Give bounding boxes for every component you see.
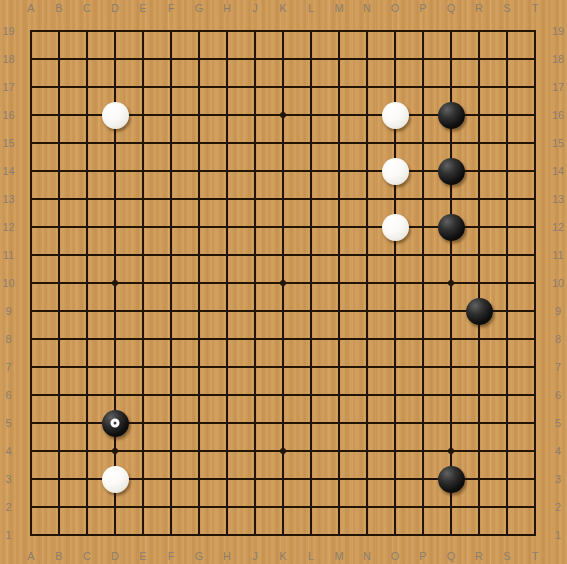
intersection-D7[interactable] (101, 353, 129, 381)
intersection-O15[interactable] (381, 129, 409, 157)
intersection-H5[interactable] (213, 409, 241, 437)
intersection-S6[interactable] (493, 381, 521, 409)
intersection-F10[interactable] (157, 269, 185, 297)
intersection-B7[interactable] (45, 353, 73, 381)
intersection-P11[interactable] (409, 241, 437, 269)
intersection-B17[interactable] (45, 73, 73, 101)
intersection-T14[interactable] (521, 157, 549, 185)
intersection-F1[interactable] (157, 521, 185, 549)
intersection-P5[interactable] (409, 409, 437, 437)
intersection-L11[interactable] (297, 241, 325, 269)
intersection-T15[interactable] (521, 129, 549, 157)
intersection-J11[interactable] (241, 241, 269, 269)
intersection-N6[interactable] (353, 381, 381, 409)
intersection-G9[interactable] (185, 297, 213, 325)
intersection-H15[interactable] (213, 129, 241, 157)
intersection-M14[interactable] (325, 157, 353, 185)
intersection-N17[interactable] (353, 73, 381, 101)
intersection-S8[interactable] (493, 325, 521, 353)
intersection-B14[interactable] (45, 157, 73, 185)
intersection-A12[interactable] (17, 213, 45, 241)
intersection-G2[interactable] (185, 493, 213, 521)
intersection-M9[interactable] (325, 297, 353, 325)
intersection-E15[interactable] (129, 129, 157, 157)
intersection-M12[interactable] (325, 213, 353, 241)
intersection-R3[interactable] (465, 465, 493, 493)
intersection-L4[interactable] (297, 437, 325, 465)
intersection-A13[interactable] (17, 185, 45, 213)
intersection-B19[interactable] (45, 17, 73, 45)
intersection-E8[interactable] (129, 325, 157, 353)
intersection-N16[interactable] (353, 101, 381, 129)
intersection-J6[interactable] (241, 381, 269, 409)
intersection-F8[interactable] (157, 325, 185, 353)
intersection-P18[interactable] (409, 45, 437, 73)
intersection-E7[interactable] (129, 353, 157, 381)
intersection-E10[interactable] (129, 269, 157, 297)
intersection-O3[interactable] (381, 465, 409, 493)
intersection-E1[interactable] (129, 521, 157, 549)
intersection-J15[interactable] (241, 129, 269, 157)
intersection-H18[interactable] (213, 45, 241, 73)
intersection-O7[interactable] (381, 353, 409, 381)
intersection-E12[interactable] (129, 213, 157, 241)
intersection-K18[interactable] (269, 45, 297, 73)
intersection-N12[interactable] (353, 213, 381, 241)
intersection-G15[interactable] (185, 129, 213, 157)
intersection-E6[interactable] (129, 381, 157, 409)
intersection-A14[interactable] (17, 157, 45, 185)
intersection-G16[interactable] (185, 101, 213, 129)
intersection-H17[interactable] (213, 73, 241, 101)
intersection-C8[interactable] (73, 325, 101, 353)
intersection-N10[interactable] (353, 269, 381, 297)
intersection-D2[interactable] (101, 493, 129, 521)
intersection-E9[interactable] (129, 297, 157, 325)
intersection-S18[interactable] (493, 45, 521, 73)
intersection-H1[interactable] (213, 521, 241, 549)
intersection-O12[interactable] (381, 213, 409, 241)
intersection-S2[interactable] (493, 493, 521, 521)
intersection-B3[interactable] (45, 465, 73, 493)
intersection-N8[interactable] (353, 325, 381, 353)
intersection-R19[interactable] (465, 17, 493, 45)
intersection-S13[interactable] (493, 185, 521, 213)
intersection-Q6[interactable] (437, 381, 465, 409)
intersection-G14[interactable] (185, 157, 213, 185)
intersection-P3[interactable] (409, 465, 437, 493)
intersection-G1[interactable] (185, 521, 213, 549)
intersection-J7[interactable] (241, 353, 269, 381)
intersection-K1[interactable] (269, 521, 297, 549)
intersection-O17[interactable] (381, 73, 409, 101)
intersection-T4[interactable] (521, 437, 549, 465)
intersection-C7[interactable] (73, 353, 101, 381)
intersection-C3[interactable] (73, 465, 101, 493)
intersection-P6[interactable] (409, 381, 437, 409)
intersection-A18[interactable] (17, 45, 45, 73)
intersection-N5[interactable] (353, 409, 381, 437)
intersection-B15[interactable] (45, 129, 73, 157)
intersection-O11[interactable] (381, 241, 409, 269)
intersection-H2[interactable] (213, 493, 241, 521)
intersection-Q8[interactable] (437, 325, 465, 353)
intersection-P19[interactable] (409, 17, 437, 45)
intersection-F12[interactable] (157, 213, 185, 241)
intersection-K9[interactable] (269, 297, 297, 325)
intersection-O10[interactable] (381, 269, 409, 297)
intersection-Q19[interactable] (437, 17, 465, 45)
intersection-S10[interactable] (493, 269, 521, 297)
intersection-H12[interactable] (213, 213, 241, 241)
intersection-S17[interactable] (493, 73, 521, 101)
intersection-M2[interactable] (325, 493, 353, 521)
intersection-M16[interactable] (325, 101, 353, 129)
intersection-Q1[interactable] (437, 521, 465, 549)
intersection-C6[interactable] (73, 381, 101, 409)
intersection-A6[interactable] (17, 381, 45, 409)
intersection-M11[interactable] (325, 241, 353, 269)
intersection-N3[interactable] (353, 465, 381, 493)
intersection-D16[interactable] (101, 101, 129, 129)
intersection-F4[interactable] (157, 437, 185, 465)
intersection-J8[interactable] (241, 325, 269, 353)
intersection-L3[interactable] (297, 465, 325, 493)
intersection-T5[interactable] (521, 409, 549, 437)
intersection-S5[interactable] (493, 409, 521, 437)
intersection-E4[interactable] (129, 437, 157, 465)
intersection-D5[interactable] (101, 409, 129, 437)
intersection-R5[interactable] (465, 409, 493, 437)
intersection-A5[interactable] (17, 409, 45, 437)
intersection-B13[interactable] (45, 185, 73, 213)
intersection-K16[interactable] (269, 101, 297, 129)
intersection-J5[interactable] (241, 409, 269, 437)
intersection-C14[interactable] (73, 157, 101, 185)
intersection-F18[interactable] (157, 45, 185, 73)
intersection-K4[interactable] (269, 437, 297, 465)
intersection-C18[interactable] (73, 45, 101, 73)
intersection-O13[interactable] (381, 185, 409, 213)
intersection-J4[interactable] (241, 437, 269, 465)
intersection-K7[interactable] (269, 353, 297, 381)
intersection-M18[interactable] (325, 45, 353, 73)
intersection-P7[interactable] (409, 353, 437, 381)
intersection-F16[interactable] (157, 101, 185, 129)
intersection-A3[interactable] (17, 465, 45, 493)
intersection-L2[interactable] (297, 493, 325, 521)
intersection-O4[interactable] (381, 437, 409, 465)
intersection-G5[interactable] (185, 409, 213, 437)
intersection-H11[interactable] (213, 241, 241, 269)
intersection-S12[interactable] (493, 213, 521, 241)
intersection-A7[interactable] (17, 353, 45, 381)
intersection-H19[interactable] (213, 17, 241, 45)
intersection-L13[interactable] (297, 185, 325, 213)
intersection-M19[interactable] (325, 17, 353, 45)
intersection-B9[interactable] (45, 297, 73, 325)
intersection-F6[interactable] (157, 381, 185, 409)
intersection-Q13[interactable] (437, 185, 465, 213)
intersection-R11[interactable] (465, 241, 493, 269)
intersection-N13[interactable] (353, 185, 381, 213)
intersection-A2[interactable] (17, 493, 45, 521)
intersection-E2[interactable] (129, 493, 157, 521)
intersection-A15[interactable] (17, 129, 45, 157)
intersection-B8[interactable] (45, 325, 73, 353)
intersection-D12[interactable] (101, 213, 129, 241)
intersection-Q18[interactable] (437, 45, 465, 73)
intersection-J10[interactable] (241, 269, 269, 297)
intersection-P16[interactable] (409, 101, 437, 129)
intersection-R17[interactable] (465, 73, 493, 101)
intersection-O9[interactable] (381, 297, 409, 325)
intersection-R10[interactable] (465, 269, 493, 297)
intersection-L12[interactable] (297, 213, 325, 241)
intersection-T13[interactable] (521, 185, 549, 213)
intersection-Q16[interactable] (437, 101, 465, 129)
intersection-B5[interactable] (45, 409, 73, 437)
intersection-C9[interactable] (73, 297, 101, 325)
intersection-Q9[interactable] (437, 297, 465, 325)
intersection-M6[interactable] (325, 381, 353, 409)
intersection-C12[interactable] (73, 213, 101, 241)
intersection-G19[interactable] (185, 17, 213, 45)
intersection-M7[interactable] (325, 353, 353, 381)
intersection-Q2[interactable] (437, 493, 465, 521)
intersection-S4[interactable] (493, 437, 521, 465)
intersection-Q14[interactable] (437, 157, 465, 185)
intersection-D1[interactable] (101, 521, 129, 549)
intersection-J19[interactable] (241, 17, 269, 45)
intersection-O5[interactable] (381, 409, 409, 437)
intersection-E5[interactable] (129, 409, 157, 437)
intersection-F14[interactable] (157, 157, 185, 185)
intersection-K10[interactable] (269, 269, 297, 297)
intersection-C16[interactable] (73, 101, 101, 129)
intersection-B2[interactable] (45, 493, 73, 521)
intersection-Q15[interactable] (437, 129, 465, 157)
intersection-S16[interactable] (493, 101, 521, 129)
intersection-R13[interactable] (465, 185, 493, 213)
intersection-S3[interactable] (493, 465, 521, 493)
intersection-R7[interactable] (465, 353, 493, 381)
intersection-N18[interactable] (353, 45, 381, 73)
intersection-B11[interactable] (45, 241, 73, 269)
intersection-J12[interactable] (241, 213, 269, 241)
intersection-H16[interactable] (213, 101, 241, 129)
intersection-J2[interactable] (241, 493, 269, 521)
intersection-J13[interactable] (241, 185, 269, 213)
intersection-M1[interactable] (325, 521, 353, 549)
intersection-T16[interactable] (521, 101, 549, 129)
intersection-C13[interactable] (73, 185, 101, 213)
intersection-B16[interactable] (45, 101, 73, 129)
intersection-B6[interactable] (45, 381, 73, 409)
intersection-E11[interactable] (129, 241, 157, 269)
intersection-D18[interactable] (101, 45, 129, 73)
intersection-P2[interactable] (409, 493, 437, 521)
intersection-K8[interactable] (269, 325, 297, 353)
intersection-E16[interactable] (129, 101, 157, 129)
intersection-T8[interactable] (521, 325, 549, 353)
intersection-G17[interactable] (185, 73, 213, 101)
intersection-T18[interactable] (521, 45, 549, 73)
intersection-H14[interactable] (213, 157, 241, 185)
intersection-C4[interactable] (73, 437, 101, 465)
intersection-F13[interactable] (157, 185, 185, 213)
intersection-L6[interactable] (297, 381, 325, 409)
intersection-S15[interactable] (493, 129, 521, 157)
intersection-D14[interactable] (101, 157, 129, 185)
intersection-L8[interactable] (297, 325, 325, 353)
intersection-A11[interactable] (17, 241, 45, 269)
intersection-F5[interactable] (157, 409, 185, 437)
intersection-H8[interactable] (213, 325, 241, 353)
intersection-Q17[interactable] (437, 73, 465, 101)
intersection-Q10[interactable] (437, 269, 465, 297)
intersection-P1[interactable] (409, 521, 437, 549)
intersection-O19[interactable] (381, 17, 409, 45)
intersection-H7[interactable] (213, 353, 241, 381)
intersection-F19[interactable] (157, 17, 185, 45)
intersection-R4[interactable] (465, 437, 493, 465)
intersection-K11[interactable] (269, 241, 297, 269)
intersection-J14[interactable] (241, 157, 269, 185)
intersection-K14[interactable] (269, 157, 297, 185)
intersection-T7[interactable] (521, 353, 549, 381)
intersection-N7[interactable] (353, 353, 381, 381)
intersection-M8[interactable] (325, 325, 353, 353)
intersection-S19[interactable] (493, 17, 521, 45)
intersection-S7[interactable] (493, 353, 521, 381)
intersection-H10[interactable] (213, 269, 241, 297)
intersection-G11[interactable] (185, 241, 213, 269)
intersection-R16[interactable] (465, 101, 493, 129)
intersection-J3[interactable] (241, 465, 269, 493)
intersection-F3[interactable] (157, 465, 185, 493)
intersection-T12[interactable] (521, 213, 549, 241)
intersection-T11[interactable] (521, 241, 549, 269)
intersection-L16[interactable] (297, 101, 325, 129)
intersection-R8[interactable] (465, 325, 493, 353)
intersection-O2[interactable] (381, 493, 409, 521)
intersection-P12[interactable] (409, 213, 437, 241)
intersection-D11[interactable] (101, 241, 129, 269)
intersection-O6[interactable] (381, 381, 409, 409)
intersection-L17[interactable] (297, 73, 325, 101)
intersection-A16[interactable] (17, 101, 45, 129)
intersection-C1[interactable] (73, 521, 101, 549)
intersection-N4[interactable] (353, 437, 381, 465)
intersection-B4[interactable] (45, 437, 73, 465)
intersection-P4[interactable] (409, 437, 437, 465)
intersection-R1[interactable] (465, 521, 493, 549)
intersection-G10[interactable] (185, 269, 213, 297)
intersection-G12[interactable] (185, 213, 213, 241)
intersection-R9[interactable] (465, 297, 493, 325)
intersection-B1[interactable] (45, 521, 73, 549)
intersection-A17[interactable] (17, 73, 45, 101)
intersection-C10[interactable] (73, 269, 101, 297)
intersection-M15[interactable] (325, 129, 353, 157)
intersection-J9[interactable] (241, 297, 269, 325)
intersection-N1[interactable] (353, 521, 381, 549)
intersection-D6[interactable] (101, 381, 129, 409)
intersection-G13[interactable] (185, 185, 213, 213)
intersection-T9[interactable] (521, 297, 549, 325)
intersection-O1[interactable] (381, 521, 409, 549)
intersection-G8[interactable] (185, 325, 213, 353)
intersection-T10[interactable] (521, 269, 549, 297)
intersection-E13[interactable] (129, 185, 157, 213)
intersection-J1[interactable] (241, 521, 269, 549)
intersection-Q11[interactable] (437, 241, 465, 269)
intersection-S1[interactable] (493, 521, 521, 549)
intersection-A19[interactable] (17, 17, 45, 45)
intersection-A1[interactable] (17, 521, 45, 549)
intersection-N11[interactable] (353, 241, 381, 269)
intersection-P13[interactable] (409, 185, 437, 213)
intersection-A10[interactable] (17, 269, 45, 297)
intersection-P8[interactable] (409, 325, 437, 353)
intersection-M10[interactable] (325, 269, 353, 297)
intersection-L10[interactable] (297, 269, 325, 297)
intersection-K2[interactable] (269, 493, 297, 521)
intersection-M13[interactable] (325, 185, 353, 213)
intersection-C2[interactable] (73, 493, 101, 521)
intersection-G6[interactable] (185, 381, 213, 409)
intersection-N14[interactable] (353, 157, 381, 185)
intersection-B18[interactable] (45, 45, 73, 73)
intersection-L9[interactable] (297, 297, 325, 325)
intersection-D9[interactable] (101, 297, 129, 325)
intersection-D13[interactable] (101, 185, 129, 213)
intersection-K12[interactable] (269, 213, 297, 241)
intersection-R15[interactable] (465, 129, 493, 157)
intersection-E3[interactable] (129, 465, 157, 493)
intersection-E18[interactable] (129, 45, 157, 73)
intersection-G18[interactable] (185, 45, 213, 73)
intersection-N2[interactable] (353, 493, 381, 521)
intersection-K17[interactable] (269, 73, 297, 101)
intersection-M4[interactable] (325, 437, 353, 465)
intersection-F7[interactable] (157, 353, 185, 381)
intersection-L14[interactable] (297, 157, 325, 185)
intersection-R6[interactable] (465, 381, 493, 409)
intersection-O16[interactable] (381, 101, 409, 129)
intersection-T19[interactable] (521, 17, 549, 45)
intersection-G4[interactable] (185, 437, 213, 465)
intersection-M3[interactable] (325, 465, 353, 493)
intersection-M5[interactable] (325, 409, 353, 437)
intersection-C17[interactable] (73, 73, 101, 101)
intersection-A8[interactable] (17, 325, 45, 353)
intersection-E19[interactable] (129, 17, 157, 45)
intersection-K15[interactable] (269, 129, 297, 157)
intersection-F11[interactable] (157, 241, 185, 269)
intersection-L15[interactable] (297, 129, 325, 157)
intersection-D4[interactable] (101, 437, 129, 465)
intersection-D3[interactable] (101, 465, 129, 493)
intersection-C19[interactable] (73, 17, 101, 45)
intersection-S14[interactable] (493, 157, 521, 185)
intersection-T17[interactable] (521, 73, 549, 101)
intersection-S9[interactable] (493, 297, 521, 325)
intersection-O8[interactable] (381, 325, 409, 353)
intersection-F2[interactable] (157, 493, 185, 521)
intersection-L7[interactable] (297, 353, 325, 381)
